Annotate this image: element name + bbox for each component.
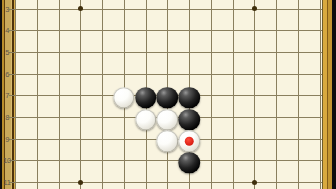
star-point [78,180,83,185]
row-label: 6 [5,70,9,77]
white-stone [135,109,157,131]
row-label: 5 [5,48,9,55]
white-stone [157,130,179,152]
grid-horizontal-line [9,52,322,53]
row-label: 7 [5,92,9,99]
white-stone [113,87,135,109]
grid-horizontal-line [9,160,322,161]
grid-horizontal-line [9,30,322,31]
black-stone [178,87,200,109]
last-move-marker-icon [185,137,194,146]
black-stone [157,87,179,109]
grid-horizontal-line [9,9,322,10]
black-stone [178,109,200,131]
row-label: 10 [3,157,10,164]
black-stone [135,87,157,109]
grid-horizontal-line [9,74,322,75]
black-stone [178,152,200,174]
game-screen: 34567891011 [0,0,336,189]
star-point [78,6,83,11]
row-label: 4 [5,27,9,34]
row-label: 8 [5,114,9,121]
star-point [252,180,257,185]
white-stone [178,130,200,152]
row-label: 9 [5,135,9,142]
row-label: 3 [5,5,9,12]
grid-horizontal-line [9,182,322,183]
letterbox-right [332,0,336,189]
row-label: 11 [4,179,11,186]
white-stone [157,109,179,131]
star-point [252,6,257,11]
